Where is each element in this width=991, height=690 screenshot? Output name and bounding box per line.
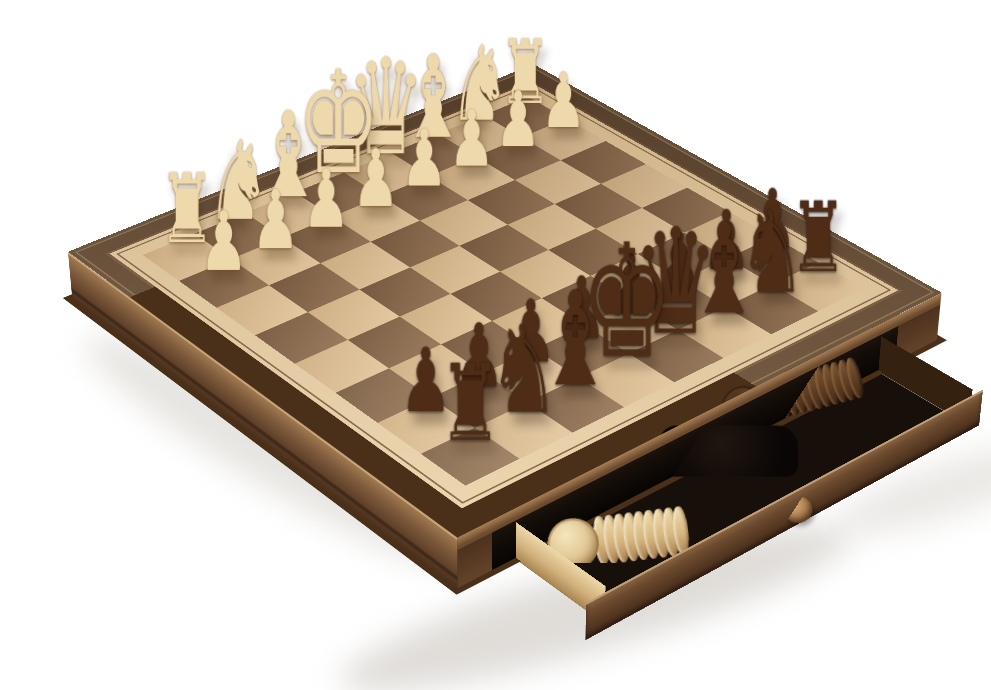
white-pawn-glyph: ♟: [148, 200, 299, 283]
product-photo-chess-checkers-set: { "game": "chess", "scene_description": …: [0, 0, 991, 690]
black-rook-glyph: ♜: [388, 351, 553, 456]
scene: ♜♞♝♛♚♝♞♜♟♟♟♟♟♟♟♟♟♟♟♟♟♟♟♟♜♞♝♛♚♝♞♜: [0, 0, 991, 690]
chess-box-assembly: ♜♞♝♛♚♝♞♜♟♟♟♟♟♟♟♟♟♟♟♟♟♟♟♟♜♞♝♛♚♝♞♜: [68, 64, 942, 537]
